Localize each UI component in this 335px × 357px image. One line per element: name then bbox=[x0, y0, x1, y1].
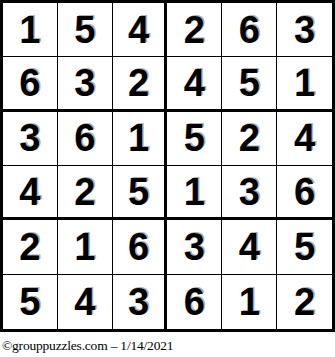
cell-r3c5: 2 bbox=[222, 112, 277, 166]
cell-r1c3: 4 bbox=[113, 3, 168, 57]
cell-r5c6: 5 bbox=[277, 220, 332, 274]
cell-r2c2: 3 bbox=[58, 57, 113, 111]
cell-r6c4: 6 bbox=[167, 275, 222, 329]
copyright-caption: ©grouppuzzles.com – 1/14/2021 bbox=[2, 338, 173, 354]
cell-r6c5: 1 bbox=[222, 275, 277, 329]
cell-r3c2: 6 bbox=[58, 112, 113, 166]
sudoku-board: 154263632451361524425136216345543612 bbox=[0, 0, 335, 332]
cell-r2c1: 6 bbox=[3, 57, 58, 111]
cell-r6c2: 4 bbox=[58, 275, 113, 329]
cell-r2c5: 5 bbox=[222, 57, 277, 111]
cell-r4c5: 3 bbox=[222, 166, 277, 220]
cell-r1c2: 5 bbox=[58, 3, 113, 57]
cell-r4c3: 5 bbox=[113, 166, 168, 220]
cell-r1c5: 6 bbox=[222, 3, 277, 57]
cell-r3c6: 4 bbox=[277, 112, 332, 166]
sudoku-page: 154263632451361524425136216345543612 ©gr… bbox=[0, 0, 335, 357]
cell-r3c4: 5 bbox=[167, 112, 222, 166]
cell-r5c1: 2 bbox=[3, 220, 58, 274]
cell-r2c3: 2 bbox=[113, 57, 168, 111]
cell-r5c5: 4 bbox=[222, 220, 277, 274]
cell-r4c4: 1 bbox=[167, 166, 222, 220]
cell-r1c1: 1 bbox=[3, 3, 58, 57]
cell-r4c6: 6 bbox=[277, 166, 332, 220]
cell-r6c6: 2 bbox=[277, 275, 332, 329]
cell-r6c3: 3 bbox=[113, 275, 168, 329]
cell-r4c2: 2 bbox=[58, 166, 113, 220]
cell-r1c6: 3 bbox=[277, 3, 332, 57]
cell-r4c1: 4 bbox=[3, 166, 58, 220]
cell-r2c4: 4 bbox=[167, 57, 222, 111]
cell-r5c2: 1 bbox=[58, 220, 113, 274]
cell-r3c3: 1 bbox=[113, 112, 168, 166]
cell-r6c1: 5 bbox=[3, 275, 58, 329]
cell-r2c6: 1 bbox=[277, 57, 332, 111]
cell-r1c4: 2 bbox=[167, 3, 222, 57]
cell-r5c3: 6 bbox=[113, 220, 168, 274]
cell-r3c1: 3 bbox=[3, 112, 58, 166]
cell-r5c4: 3 bbox=[167, 220, 222, 274]
